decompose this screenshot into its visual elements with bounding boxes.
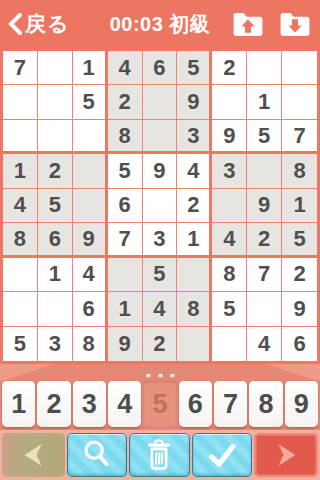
cell-r4c6[interactable]: 4 <box>177 154 212 188</box>
cell-r6c9[interactable]: 5 <box>282 223 317 257</box>
cell-r6c1[interactable]: 8 <box>3 223 38 257</box>
cell-r7c5[interactable]: 5 <box>143 258 178 292</box>
cell-r5c9[interactable]: 1 <box>282 189 317 223</box>
key-1[interactable]: 1 <box>2 381 35 427</box>
cell-r7c8[interactable]: 7 <box>247 258 282 292</box>
cell-r5c7[interactable] <box>212 189 247 223</box>
cell-r5c5[interactable] <box>143 189 178 223</box>
cell-r4c2[interactable]: 2 <box>38 154 73 188</box>
page-dot <box>146 372 151 377</box>
magnifier-button[interactable] <box>67 433 127 477</box>
page-dot <box>158 372 163 377</box>
cell-r5c6[interactable]: 2 <box>177 189 212 223</box>
cell-r7c4[interactable] <box>108 258 143 292</box>
cell-r1c8[interactable] <box>247 51 282 85</box>
keypad-tray: 123456789 <box>0 364 320 430</box>
check-button[interactable] <box>192 433 252 477</box>
folder-arrow-down-icon <box>279 10 311 38</box>
cell-r9c3[interactable]: 8 <box>73 327 108 361</box>
load-button[interactable] <box>276 7 314 40</box>
cell-r1c5[interactable]: 6 <box>143 51 178 85</box>
key-6[interactable]: 6 <box>179 381 212 427</box>
cell-r4c7[interactable]: 3 <box>212 154 247 188</box>
cell-r9c6[interactable] <box>177 327 212 361</box>
magnifier-icon <box>78 436 116 474</box>
cell-r7c1[interactable] <box>3 258 38 292</box>
cell-r1c2[interactable] <box>38 51 73 85</box>
cell-r3c1[interactable] <box>3 120 38 154</box>
cell-r9c7[interactable] <box>212 327 247 361</box>
cell-r7c2[interactable]: 1 <box>38 258 73 292</box>
key-7[interactable]: 7 <box>214 381 247 427</box>
cell-r3c6[interactable]: 3 <box>177 120 212 154</box>
erase-button[interactable] <box>129 433 189 477</box>
cell-r3c2[interactable] <box>38 120 73 154</box>
chevron-left-icon <box>8 12 23 36</box>
cell-r1c1[interactable]: 7 <box>3 51 38 85</box>
cell-r4c4[interactable]: 5 <box>108 154 143 188</box>
cell-r2c9[interactable] <box>282 85 317 119</box>
cell-r2c8[interactable]: 1 <box>247 85 282 119</box>
cell-r7c9[interactable]: 2 <box>282 258 317 292</box>
cell-r6c8[interactable]: 2 <box>247 223 282 257</box>
key-5[interactable]: 5 <box>143 381 176 427</box>
check-icon <box>203 436 241 474</box>
cell-r9c9[interactable]: 6 <box>282 327 317 361</box>
back-button[interactable]: 戻る <box>0 10 74 38</box>
cell-r4c3[interactable] <box>73 154 108 188</box>
cell-r6c2[interactable]: 6 <box>38 223 73 257</box>
key-4[interactable]: 4 <box>108 381 141 427</box>
cell-r4c1[interactable]: 1 <box>3 154 38 188</box>
trash-icon <box>140 436 178 474</box>
timer: 00:03 <box>110 13 164 35</box>
cell-r6c5[interactable]: 3 <box>143 223 178 257</box>
folder-arrow-up-icon <box>232 10 264 38</box>
undo-prev-button[interactable] <box>2 433 65 477</box>
key-8[interactable]: 8 <box>249 381 282 427</box>
cell-r3c4[interactable]: 8 <box>108 120 143 154</box>
cell-r1c9[interactable] <box>282 51 317 85</box>
cell-r1c4[interactable]: 4 <box>108 51 143 85</box>
page-dot <box>170 372 175 377</box>
cell-r6c6[interactable]: 1 <box>177 223 212 257</box>
arrow-right-icon <box>269 438 303 472</box>
cell-r3c9[interactable]: 7 <box>282 120 317 154</box>
redo-next-button[interactable] <box>254 433 318 477</box>
sudoku-grid: 7146525291839571259438456291869731425145… <box>0 48 320 364</box>
key-2[interactable]: 2 <box>37 381 70 427</box>
cell-r5c8[interactable]: 9 <box>247 189 282 223</box>
cell-r1c7[interactable]: 2 <box>212 51 247 85</box>
cell-r7c7[interactable]: 8 <box>212 258 247 292</box>
cell-r5c2[interactable]: 5 <box>38 189 73 223</box>
cell-r8c9[interactable]: 9 <box>282 292 317 326</box>
cell-r8c2[interactable] <box>38 292 73 326</box>
cell-r3c3[interactable] <box>73 120 108 154</box>
cell-r8c3[interactable]: 6 <box>73 292 108 326</box>
cell-r3c8[interactable]: 5 <box>247 120 282 154</box>
cell-r9c1[interactable]: 5 <box>3 327 38 361</box>
cell-r7c3[interactable]: 4 <box>73 258 108 292</box>
cell-r8c1[interactable] <box>3 292 38 326</box>
cell-r3c5[interactable] <box>143 120 178 154</box>
cell-r6c4[interactable]: 7 <box>108 223 143 257</box>
cell-r4c5[interactable]: 9 <box>143 154 178 188</box>
cell-r5c1[interactable]: 4 <box>3 189 38 223</box>
page-indicator[interactable] <box>0 370 320 378</box>
cell-r2c6[interactable]: 9 <box>177 85 212 119</box>
number-pad: 123456789 <box>2 381 318 427</box>
cell-r2c2[interactable] <box>38 85 73 119</box>
level-badge: 初級 <box>169 13 210 35</box>
toolbar <box>0 430 320 480</box>
cell-r5c3[interactable] <box>73 189 108 223</box>
key-3[interactable]: 3 <box>73 381 106 427</box>
cell-r7c6[interactable] <box>177 258 212 292</box>
cell-r2c3[interactable]: 5 <box>73 85 108 119</box>
header-actions <box>229 7 314 40</box>
cell-r5c4[interactable]: 6 <box>108 189 143 223</box>
cell-r1c6[interactable]: 5 <box>177 51 212 85</box>
cell-r1c3[interactable]: 1 <box>73 51 108 85</box>
cell-r6c3[interactable]: 9 <box>73 223 108 257</box>
save-button[interactable] <box>229 7 267 40</box>
cell-r2c7[interactable] <box>212 85 247 119</box>
cell-r8c7[interactable]: 5 <box>212 292 247 326</box>
arrow-left-icon <box>17 438 51 472</box>
header: 戻る 00:03 初級 <box>0 0 320 48</box>
cell-r2c4[interactable]: 2 <box>108 85 143 119</box>
cell-r4c9[interactable]: 8 <box>282 154 317 188</box>
cell-r3c7[interactable]: 9 <box>212 120 247 154</box>
sudoku-app: 戻る 00:03 初級 71465252918395712594384562 <box>0 0 320 480</box>
cell-r8c5[interactable]: 4 <box>143 292 178 326</box>
cell-r8c4[interactable]: 1 <box>108 292 143 326</box>
key-9[interactable]: 9 <box>285 381 318 427</box>
cell-r9c4[interactable]: 9 <box>108 327 143 361</box>
cell-r4c8[interactable] <box>247 154 282 188</box>
cell-r8c6[interactable]: 8 <box>177 292 212 326</box>
cell-r2c5[interactable] <box>143 85 178 119</box>
cell-r8c8[interactable] <box>247 292 282 326</box>
cell-r9c5[interactable]: 2 <box>143 327 178 361</box>
cell-r9c8[interactable]: 4 <box>247 327 282 361</box>
cell-r6c7[interactable]: 4 <box>212 223 247 257</box>
cell-r9c2[interactable]: 3 <box>38 327 73 361</box>
back-label: 戻る <box>25 10 70 38</box>
cell-r2c1[interactable] <box>3 85 38 119</box>
